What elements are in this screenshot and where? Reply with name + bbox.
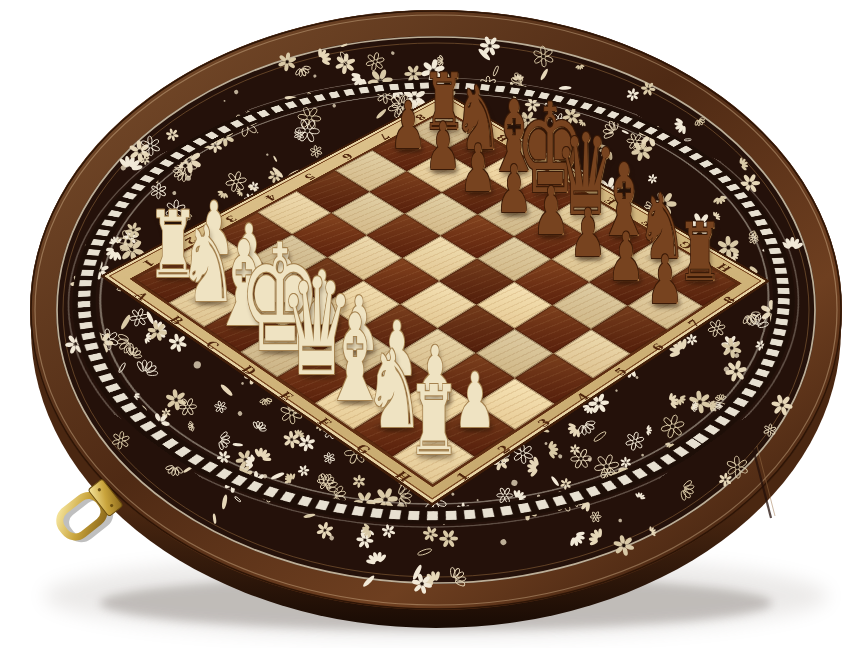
screenshot-root: AA11BB22CC33DD44EE55FF66GG77HH88 ♜♟♞♟♝♟♚… bbox=[0, 0, 864, 648]
hardware-layer bbox=[0, 0, 864, 648]
brass-latch-clasp[interactable] bbox=[53, 479, 125, 546]
